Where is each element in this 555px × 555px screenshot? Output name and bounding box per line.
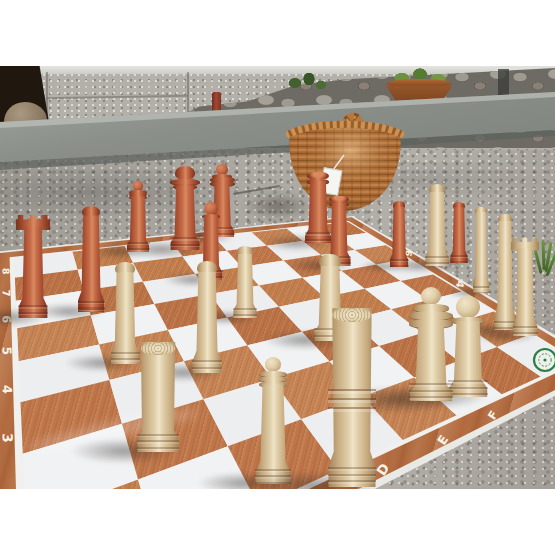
rank-label-left-4: 4 bbox=[0, 385, 15, 395]
piece-light-bishop2-c1 bbox=[237, 357, 309, 484]
page-margin-top bbox=[0, 0, 555, 66]
piece-terracotta-rook-a6 bbox=[3, 215, 63, 318]
outdoor-chess-photo: 8765432642DEF bbox=[0, 66, 555, 489]
piece-terracotta-bishop2-c8 bbox=[115, 181, 161, 252]
photo-page: 8765432642DEF bbox=[0, 0, 555, 555]
page-margin-bottom bbox=[0, 489, 555, 555]
piece-light-column-b2 bbox=[116, 342, 200, 452]
piece-light-column-rings-d1 bbox=[304, 308, 400, 487]
piece-light-pawn-off-board bbox=[413, 184, 461, 266]
piece-terracotta-pawn-off-board bbox=[380, 201, 418, 267]
piece-light-king-e1 bbox=[387, 287, 475, 401]
rank-label-left-3: 3 bbox=[0, 433, 16, 443]
rank-label-left-5: 5 bbox=[0, 346, 14, 355]
